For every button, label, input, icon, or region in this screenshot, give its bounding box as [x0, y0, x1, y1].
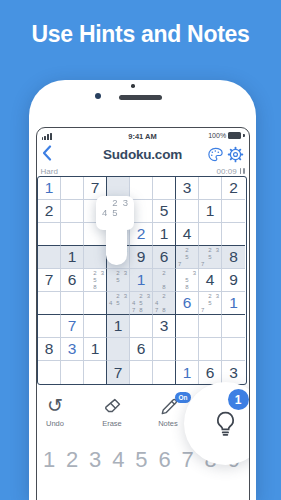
note-digit: 8 [183, 284, 190, 291]
undo-label: Undo [36, 419, 78, 428]
numpad-key-5[interactable]: 5 [130, 447, 153, 473]
note-digit: 5 [114, 253, 121, 260]
cell-r3c9[interactable] [222, 223, 245, 246]
numpad-key-4[interactable]: 4 [107, 447, 130, 473]
cell-r2c8[interactable]: 1 [199, 200, 222, 223]
undo-icon: ↺ [47, 395, 63, 416]
given-digit: 5 [160, 203, 169, 219]
cell-r3c7[interactable]: 4 [176, 223, 199, 246]
difficulty-label: Hard [41, 167, 58, 176]
note-digit: 8 [137, 307, 144, 314]
undo-button[interactable]: ↺ Undo [36, 394, 78, 428]
cell-notes: 2357 [199, 292, 221, 314]
given-digit: 4 [206, 272, 215, 288]
cell-r2c1[interactable]: 2 [38, 200, 61, 223]
note-digit: 5 [91, 276, 98, 283]
sudoku-board: 1732251214123459625723578762358235128358… [37, 176, 247, 386]
cell-r6c8[interactable]: 2357 [199, 292, 222, 315]
cell-notes: 257 [176, 246, 198, 268]
pause-icon[interactable] [240, 168, 245, 174]
cell-r8c9[interactable] [222, 338, 245, 361]
given-digit: 7 [114, 365, 123, 381]
camera-lens-icon [95, 93, 101, 99]
given-digit: 1 [91, 341, 100, 357]
given-digit: 8 [229, 249, 238, 265]
note-digit: 5 [137, 299, 144, 306]
given-digit: 6 [137, 341, 146, 357]
cell-r8c8[interactable] [199, 338, 222, 361]
cell-r9c1[interactable] [38, 361, 61, 384]
cell-r1c4[interactable] [107, 177, 130, 200]
note-digit: 3 [122, 269, 129, 276]
cell-r5c2[interactable]: 6 [61, 269, 84, 292]
note-digit: 2 [114, 269, 121, 276]
front-camera-dot-icon [131, 84, 135, 88]
cell-r2c5[interactable] [130, 200, 153, 223]
user-digit: 7 [68, 318, 77, 334]
cell-r6c6[interactable]: 2478 [153, 292, 176, 315]
given-digit: 7 [45, 272, 54, 288]
note-digit: 5 [183, 276, 190, 283]
cell-r1c8[interactable] [199, 177, 222, 200]
cell-notes: 235 [107, 269, 129, 291]
cell-r3c1[interactable] [38, 223, 61, 246]
cell-r5c9[interactable]: 9 [222, 269, 245, 292]
given-digit: 3 [160, 318, 169, 334]
cell-r2c7[interactable] [176, 200, 199, 223]
cell-r9c7[interactable]: 1 [176, 361, 199, 384]
cell-r6c1[interactable] [38, 292, 61, 315]
given-digit: 9 [137, 249, 146, 265]
note-digit: 4 [107, 253, 114, 260]
cell-notes: 2345 [107, 246, 129, 268]
cell-r5c1[interactable]: 7 [38, 269, 61, 292]
numpad-key-2[interactable]: 2 [61, 447, 84, 473]
note-digit: 7 [176, 261, 183, 268]
note-digit: 2 [183, 246, 190, 253]
cell-r6c5[interactable]: 234578 [130, 292, 153, 315]
cell-r7c4[interactable]: 1 [107, 315, 130, 338]
given-digit: 3 [183, 180, 192, 196]
cell-r1c1[interactable]: 1 [38, 177, 61, 200]
sudoku-grid: 1732251214123459625723578762358235128358… [37, 176, 247, 385]
banner-title: Use Hints and Notes [0, 21, 281, 48]
note-digit: 7 [153, 307, 160, 314]
battery-icon [228, 132, 241, 139]
given-digit: 8 [45, 341, 54, 357]
cell-r7c6[interactable]: 3 [153, 315, 176, 338]
cell-r3c2[interactable] [61, 223, 84, 246]
cell-r9c5[interactable] [130, 361, 153, 384]
cell-r8c5[interactable]: 6 [130, 338, 153, 361]
note-digit: 3 [122, 246, 129, 253]
cell-r8c2[interactable]: 3 [61, 338, 84, 361]
theme-palette-icon[interactable] [207, 146, 224, 163]
note-digit: 3 [214, 246, 221, 253]
numpad-key-1[interactable]: 1 [38, 447, 61, 473]
note-digit: 8 [160, 284, 167, 291]
cell-r7c9[interactable] [222, 315, 245, 338]
status-bar: 9:41 AM 100% [37, 128, 249, 142]
cell-notes: 2478 [153, 292, 175, 314]
cell-r6c7[interactable]: 6 [176, 292, 199, 315]
cell-r1c9[interactable]: 2 [222, 177, 245, 200]
note-digit: 2 [91, 269, 98, 276]
cell-r5c5[interactable]: 1 [130, 269, 153, 292]
given-digit: 2 [229, 180, 238, 196]
user-digit: 6 [183, 295, 192, 311]
cell-r6c9[interactable]: 1 [222, 292, 245, 315]
numpad-key-6[interactable]: 6 [153, 447, 176, 473]
note-digit: 4 [107, 299, 114, 306]
cell-r2c2[interactable] [61, 200, 84, 223]
cell-r7c7[interactable] [176, 315, 199, 338]
cell-r1c7[interactable]: 3 [176, 177, 199, 200]
cell-r9c6[interactable] [153, 361, 176, 384]
given-digit: 6 [206, 365, 215, 381]
cell-r2c9[interactable] [222, 200, 245, 223]
user-digit: 2 [137, 226, 146, 242]
numpad-key-3[interactable]: 3 [84, 447, 107, 473]
cell-r4c4[interactable]: 2345 [107, 246, 130, 269]
cell-r8c7[interactable] [176, 338, 199, 361]
note-digit: 3 [122, 292, 129, 299]
cell-r7c3[interactable] [84, 315, 107, 338]
timer: 00:09 [217, 167, 245, 176]
cell-r5c8[interactable]: 4 [199, 269, 222, 292]
user-digit: 1 [137, 272, 146, 288]
given-digit: 4 [183, 226, 192, 242]
given-digit: 6 [160, 249, 169, 265]
cell-r4c2[interactable]: 1 [61, 246, 84, 269]
cell-r9c4[interactable]: 7 [107, 361, 130, 384]
cell-r4c1[interactable] [38, 246, 61, 269]
note-digit: 2 [160, 292, 167, 299]
cell-r5c7[interactable]: 358 [176, 269, 199, 292]
eraser-icon [102, 395, 123, 416]
note-digit: 4 [130, 299, 137, 306]
user-digit: 1 [45, 180, 54, 196]
user-digit: 1 [229, 295, 238, 311]
note-digit: 3 [145, 292, 152, 299]
app-screen: 9:41 AM 100% Sudoku.com Hard [36, 127, 250, 500]
note-digit: 3 [214, 292, 221, 299]
hint-count-badge: 1 [228, 389, 249, 410]
cell-notes: 358 [176, 269, 198, 291]
cell-r4c9[interactable]: 8 [222, 246, 245, 269]
note-digit: 2 [206, 292, 213, 299]
phone-frame: 9:41 AM 100% Sudoku.com Hard [29, 80, 256, 500]
cell-r9c9[interactable]: 3 [222, 361, 245, 384]
battery-indicator: 100% [208, 132, 244, 139]
cell-r6c3[interactable] [84, 292, 107, 315]
note-digit: 7 [130, 307, 137, 314]
given-digit: 3 [229, 365, 238, 381]
given-digit: 1 [160, 226, 169, 242]
given-digit: 1 [114, 318, 123, 334]
cell-r3c3[interactable] [84, 223, 107, 246]
cell-r4c5[interactable]: 9 [130, 246, 153, 269]
note-digit: 2 [160, 269, 167, 276]
cell-notes: 2358 [84, 269, 106, 291]
battery-percent: 100% [208, 132, 226, 139]
cell-r9c8[interactable]: 6 [199, 361, 222, 384]
cell-r1c2[interactable] [61, 177, 84, 200]
cell-r6c4[interactable]: 2345 [107, 292, 130, 315]
cell-r4c7[interactable]: 257 [176, 246, 199, 269]
note-digit: 2 [114, 246, 121, 253]
earpiece-speaker [119, 95, 162, 100]
user-digit: 1 [183, 365, 192, 381]
note-digit: 7 [199, 307, 206, 314]
given-digit: 7 [91, 180, 100, 196]
cell-r7c8[interactable] [199, 315, 222, 338]
note-digit: 8 [160, 307, 167, 314]
cell-notes: 234578 [130, 292, 152, 314]
cell-notes: 2345 [107, 292, 129, 314]
note-digit: 7 [199, 261, 206, 268]
cell-r2c6[interactable]: 5 [153, 200, 176, 223]
cell-r1c3[interactable]: 7 [84, 177, 107, 200]
note-digit: 5 [206, 253, 213, 260]
note-digit: 5 [206, 299, 213, 306]
cell-r6c2[interactable] [61, 292, 84, 315]
note-digit: 3 [191, 269, 198, 276]
note-digit: 2 [114, 292, 121, 299]
given-digit: 1 [68, 249, 77, 265]
note-digit: 2 [206, 246, 213, 253]
given-digit: 9 [229, 272, 238, 288]
cell-r7c1[interactable] [38, 315, 61, 338]
cell-r3c6[interactable]: 1 [153, 223, 176, 246]
lightbulb-icon [210, 408, 241, 439]
cell-r1c5[interactable] [130, 177, 153, 200]
cell-r3c4[interactable] [107, 223, 130, 246]
cell-r1c6[interactable] [153, 177, 176, 200]
cell-r4c3[interactable] [84, 246, 107, 269]
settings-gear-icon[interactable] [227, 146, 244, 163]
cell-r8c1[interactable]: 8 [38, 338, 61, 361]
given-digit: 1 [206, 203, 215, 219]
cell-r4c8[interactable]: 2357 [199, 246, 222, 269]
cell-r7c2[interactable]: 7 [61, 315, 84, 338]
cell-r5c6[interactable]: 28 [153, 269, 176, 292]
cell-r7c5[interactable] [130, 315, 153, 338]
cell-r2c4[interactable] [107, 200, 130, 223]
cell-r3c5[interactable]: 2 [130, 223, 153, 246]
given-digit: 6 [68, 272, 77, 288]
note-digit: 3 [99, 269, 106, 276]
cell-r9c2[interactable] [61, 361, 84, 384]
erase-label: Erase [90, 419, 134, 428]
note-digit: 2 [137, 292, 144, 299]
cell-notes: 2357 [199, 246, 221, 268]
timer-value: 00:09 [217, 167, 237, 176]
notes-on-badge: On [175, 392, 191, 403]
cell-r8c3[interactable]: 1 [84, 338, 107, 361]
note-digit: 5 [114, 299, 121, 306]
cell-r8c4[interactable] [107, 338, 130, 361]
cell-r4c6[interactable]: 6 [153, 246, 176, 269]
cell-r5c4[interactable]: 235 [107, 269, 130, 292]
note-digit: 4 [153, 299, 160, 306]
cell-notes: 28 [153, 269, 175, 291]
cell-r2c3[interactable] [84, 200, 107, 223]
given-digit: 2 [45, 203, 54, 219]
cell-r8c6[interactable] [153, 338, 176, 361]
user-digit: 3 [68, 341, 77, 357]
cell-r5c3[interactable]: 2358 [84, 269, 107, 292]
cell-r9c3[interactable] [84, 361, 107, 384]
note-digit: 8 [91, 284, 98, 291]
cell-r3c8[interactable] [199, 223, 222, 246]
note-digit: 5 [183, 253, 190, 260]
note-digit: 5 [114, 276, 121, 283]
erase-button[interactable]: Erase [90, 394, 134, 428]
